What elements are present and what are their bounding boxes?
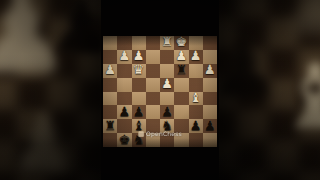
watermark-text: OpenChess xyxy=(146,130,182,137)
square-a4 xyxy=(203,78,217,92)
white-pawn: ♟ xyxy=(104,63,116,76)
square-b7: ♟ xyxy=(189,119,203,133)
square-c3: ♜ xyxy=(174,64,188,78)
square-g4 xyxy=(117,78,131,92)
square-f4 xyxy=(132,78,146,92)
background-blur-right: ♟ ♟ ♝ xyxy=(219,0,320,180)
square-b2: ♟ xyxy=(189,50,203,64)
black-rook: ♜ xyxy=(104,119,116,132)
square-c5 xyxy=(174,92,188,106)
white-pawn: ♟ xyxy=(161,77,173,90)
black-pawn: ♟ xyxy=(190,119,202,132)
black-pawn: ♟ xyxy=(133,105,145,118)
square-b5: ♝ xyxy=(189,92,203,106)
watermark-logo-icon xyxy=(138,131,144,137)
square-e6 xyxy=(146,105,160,119)
background-shade xyxy=(0,0,101,180)
black-pawn: ♟ xyxy=(161,105,173,118)
square-a3: ♟ xyxy=(203,64,217,78)
square-e1 xyxy=(146,36,160,50)
top-letterbox-bar xyxy=(101,0,219,36)
square-d4: ♟ xyxy=(160,78,174,92)
black-pawn: ♟ xyxy=(119,105,131,118)
square-c4 xyxy=(174,78,188,92)
white-queen: ♛ xyxy=(133,63,145,76)
square-e5 xyxy=(146,92,160,106)
square-h4 xyxy=(103,78,117,92)
square-g8: ♚ xyxy=(117,133,131,147)
square-h7: ♜ xyxy=(103,119,117,133)
square-a8 xyxy=(203,133,217,147)
bottom-letterbox-bar xyxy=(101,147,219,180)
square-c6 xyxy=(174,105,188,119)
watermark: OpenChess xyxy=(138,130,182,137)
square-g6: ♟ xyxy=(117,105,131,119)
square-e3 xyxy=(146,64,160,78)
square-h1 xyxy=(103,36,117,50)
white-pawn: ♟ xyxy=(133,49,145,62)
square-f3: ♛ xyxy=(132,64,146,78)
white-rook: ♜ xyxy=(161,35,173,48)
white-pawn: ♟ xyxy=(190,49,202,62)
square-b3 xyxy=(189,64,203,78)
square-h3: ♟ xyxy=(103,64,117,78)
black-rook: ♜ xyxy=(176,63,188,76)
square-b8 xyxy=(189,133,203,147)
square-g2: ♟ xyxy=(117,50,131,64)
square-a1 xyxy=(203,36,217,50)
square-d2 xyxy=(160,50,174,64)
white-pawn: ♟ xyxy=(204,63,216,76)
square-d1: ♜ xyxy=(160,36,174,50)
square-h8 xyxy=(103,133,117,147)
square-h5 xyxy=(103,92,117,106)
white-pawn: ♟ xyxy=(119,49,131,62)
square-g3 xyxy=(117,64,131,78)
white-pawn: ♟ xyxy=(176,49,188,62)
background-blur-left: ♟ ♟ ♟ xyxy=(0,0,101,180)
background-shade xyxy=(219,0,320,180)
white-king: ♚ xyxy=(176,35,188,48)
video-frame: ♟ ♟ ♟ ♟ ♟ ♝ ♜♚♟♟♟♟♟♛♜♟♟♝♟♟♟♜♝♞♟♟♚♞ OpenC… xyxy=(0,0,320,180)
square-a7: ♟ xyxy=(203,119,217,133)
video-strip: ♜♚♟♟♟♟♟♛♜♟♟♝♟♟♟♜♝♞♟♟♚♞ OpenChess xyxy=(101,0,219,180)
black-pawn: ♟ xyxy=(204,119,216,132)
white-bishop: ♝ xyxy=(190,91,202,104)
square-a5 xyxy=(203,92,217,106)
square-e2 xyxy=(146,50,160,64)
black-king: ♚ xyxy=(119,133,131,146)
square-e4 xyxy=(146,78,160,92)
